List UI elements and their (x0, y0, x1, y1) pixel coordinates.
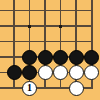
grid-line-horizontal (0, 25, 93, 26)
black-stone (38, 50, 53, 65)
grid-line-horizontal (0, 41, 93, 42)
black-stone (22, 65, 37, 80)
white-stone-move-1: 1 (22, 81, 37, 96)
move-number-label: 1 (27, 83, 32, 93)
go-board-diagram: 1 (0, 0, 100, 100)
white-stone (69, 81, 84, 96)
white-stone (38, 65, 53, 80)
black-stone (69, 50, 84, 65)
grid-line-horizontal (0, 10, 93, 11)
white-stone (84, 65, 99, 80)
star-point (59, 25, 62, 28)
black-stone (84, 50, 99, 65)
black-stone (7, 65, 22, 80)
black-stone (22, 50, 37, 65)
black-stone (53, 50, 68, 65)
star-point (28, 25, 31, 28)
white-stone (69, 65, 84, 80)
white-stone (53, 65, 68, 80)
